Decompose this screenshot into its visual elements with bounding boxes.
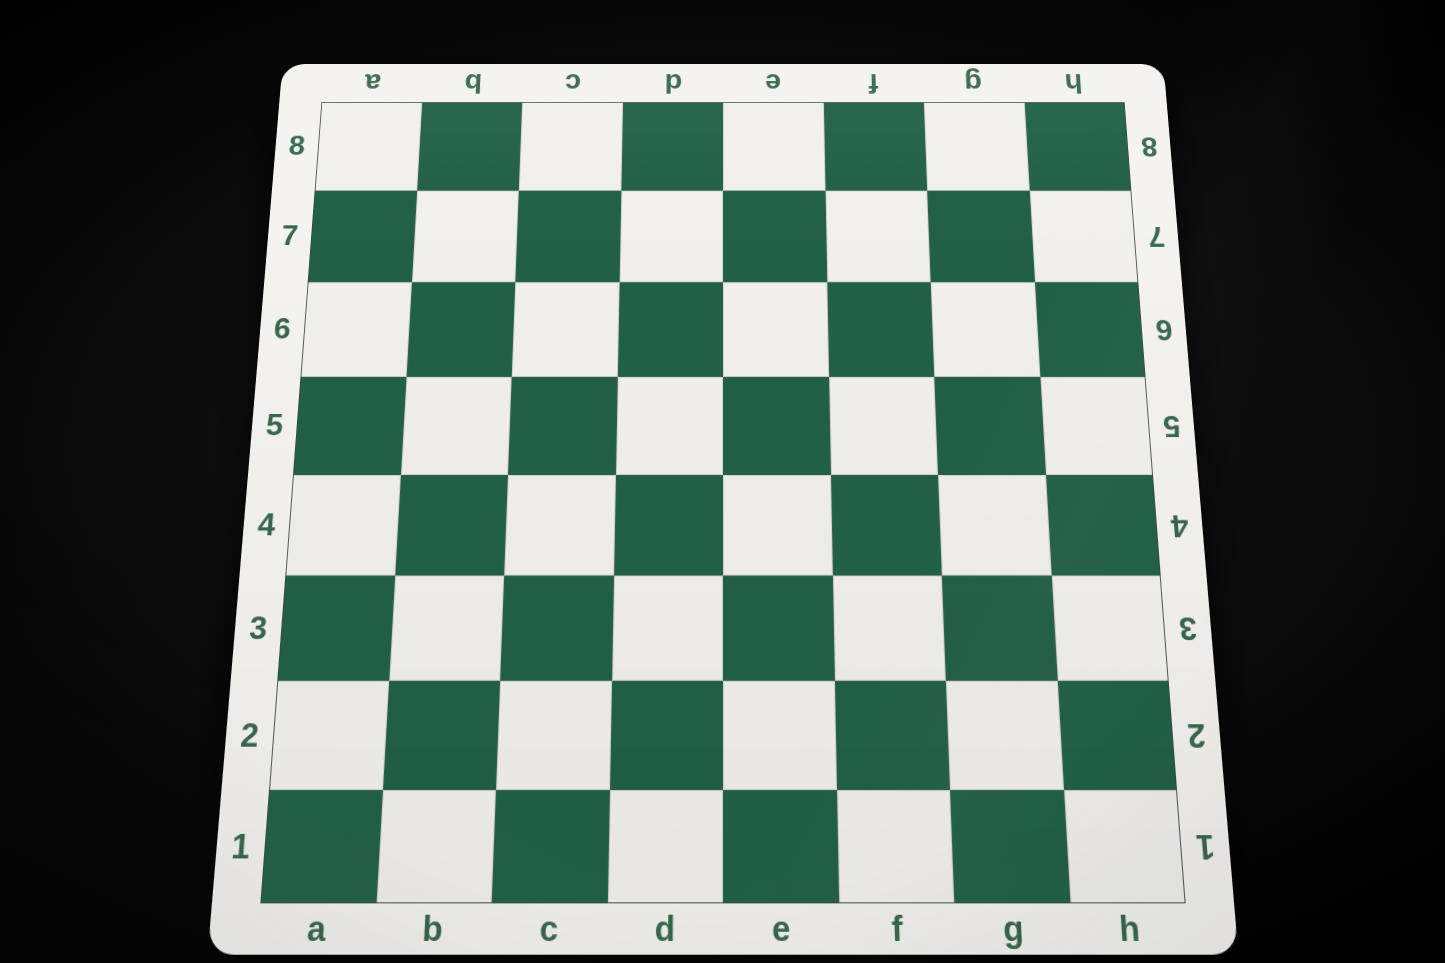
square-d8 bbox=[620, 102, 722, 190]
file-label-bottom-b: b bbox=[373, 903, 492, 954]
file-label-top-f: f bbox=[822, 64, 923, 102]
square-c5 bbox=[508, 377, 617, 475]
rank-label-right-1: 1 bbox=[1177, 790, 1234, 903]
photo-background: aabbccddeeffgghh8877665544332211 bbox=[0, 0, 1445, 963]
square-e2 bbox=[723, 681, 837, 790]
rank-label-right-6: 6 bbox=[1138, 282, 1189, 377]
square-b3 bbox=[388, 576, 503, 681]
square-c7 bbox=[515, 191, 621, 282]
rank-label-left-1: 1 bbox=[211, 790, 268, 903]
rank-label-right-8: 8 bbox=[1124, 102, 1173, 190]
square-g4 bbox=[938, 475, 1051, 576]
square-d5 bbox=[615, 377, 723, 475]
square-f8 bbox=[823, 102, 927, 190]
square-b1 bbox=[376, 790, 496, 903]
square-e4 bbox=[723, 475, 832, 576]
file-label-bottom-d: d bbox=[606, 903, 723, 954]
square-b2 bbox=[382, 681, 500, 790]
square-a4 bbox=[285, 475, 400, 576]
rank-label-right-2: 2 bbox=[1168, 681, 1224, 790]
square-e6 bbox=[723, 282, 829, 377]
file-label-bottom-h: h bbox=[1069, 903, 1189, 954]
square-c3 bbox=[500, 576, 613, 681]
file-label-top-a: a bbox=[321, 64, 424, 102]
square-h7 bbox=[1029, 191, 1138, 282]
square-a8 bbox=[314, 102, 421, 190]
square-g2 bbox=[945, 681, 1063, 790]
rank-label-left-7: 7 bbox=[264, 191, 314, 282]
square-h6 bbox=[1034, 282, 1145, 377]
file-label-top-g: g bbox=[922, 64, 1024, 102]
square-g8 bbox=[923, 102, 1028, 190]
square-c6 bbox=[511, 282, 618, 377]
rank-label-right-4: 4 bbox=[1153, 475, 1207, 576]
file-label-bottom-f: f bbox=[838, 903, 956, 954]
rank-label-right-5: 5 bbox=[1145, 377, 1197, 475]
file-label-top-b: b bbox=[421, 64, 523, 102]
square-g5 bbox=[934, 377, 1045, 475]
square-c1 bbox=[491, 790, 609, 903]
square-e5 bbox=[723, 377, 831, 475]
square-d3 bbox=[611, 576, 722, 681]
square-d6 bbox=[617, 282, 723, 377]
rank-label-left-8: 8 bbox=[271, 102, 320, 190]
rank-label-right-3: 3 bbox=[1160, 576, 1215, 681]
square-h5 bbox=[1039, 377, 1152, 475]
square-c8 bbox=[518, 102, 622, 190]
square-b8 bbox=[416, 102, 521, 190]
rank-label-left-2: 2 bbox=[221, 681, 277, 790]
square-a6 bbox=[300, 282, 411, 377]
file-label-bottom-a: a bbox=[256, 903, 376, 954]
square-c4 bbox=[504, 475, 615, 576]
square-d1 bbox=[607, 790, 723, 903]
square-h2 bbox=[1057, 681, 1177, 790]
rank-label-left-6: 6 bbox=[256, 282, 307, 377]
square-g6 bbox=[930, 282, 1039, 377]
square-e1 bbox=[723, 790, 839, 903]
file-label-top-e: e bbox=[723, 64, 823, 102]
square-f1 bbox=[836, 790, 954, 903]
square-h1 bbox=[1063, 790, 1185, 903]
rank-label-left-5: 5 bbox=[248, 377, 300, 475]
square-b4 bbox=[394, 475, 507, 576]
square-a2 bbox=[268, 681, 388, 790]
square-a3 bbox=[277, 576, 394, 681]
square-d7 bbox=[619, 191, 723, 282]
square-h4 bbox=[1045, 475, 1160, 576]
square-g3 bbox=[941, 576, 1056, 681]
square-f5 bbox=[828, 377, 937, 475]
square-b5 bbox=[400, 377, 511, 475]
square-h3 bbox=[1051, 576, 1168, 681]
square-e7 bbox=[723, 191, 827, 282]
square-e3 bbox=[723, 576, 834, 681]
square-f4 bbox=[830, 475, 941, 576]
file-label-top-h: h bbox=[1022, 64, 1125, 102]
square-d4 bbox=[613, 475, 722, 576]
square-f6 bbox=[826, 282, 933, 377]
square-d2 bbox=[609, 681, 723, 790]
file-label-top-c: c bbox=[522, 64, 623, 102]
square-a7 bbox=[307, 191, 416, 282]
rank-label-right-7: 7 bbox=[1131, 191, 1181, 282]
square-g7 bbox=[927, 191, 1034, 282]
square-a5 bbox=[293, 377, 406, 475]
file-label-bottom-g: g bbox=[954, 903, 1073, 954]
rank-label-left-3: 3 bbox=[230, 576, 285, 681]
rank-label-left-4: 4 bbox=[239, 475, 293, 576]
file-label-top-d: d bbox=[622, 64, 722, 102]
square-b6 bbox=[406, 282, 515, 377]
square-h8 bbox=[1024, 102, 1131, 190]
square-b7 bbox=[411, 191, 518, 282]
square-f3 bbox=[832, 576, 945, 681]
square-f2 bbox=[834, 681, 950, 790]
square-f7 bbox=[825, 191, 931, 282]
square-e8 bbox=[723, 102, 825, 190]
square-c2 bbox=[495, 681, 611, 790]
square-a1 bbox=[260, 790, 382, 903]
square-g1 bbox=[950, 790, 1070, 903]
file-label-bottom-e: e bbox=[723, 903, 840, 954]
chess-board-mat: aabbccddeeffgghh8877665544332211 bbox=[207, 64, 1238, 955]
file-label-bottom-c: c bbox=[489, 903, 607, 954]
